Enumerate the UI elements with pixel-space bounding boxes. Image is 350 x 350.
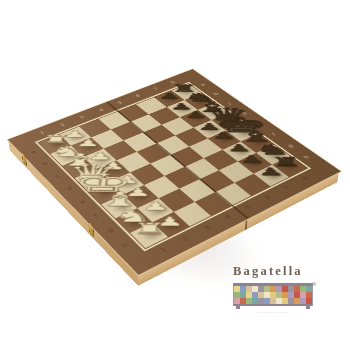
- logo-caption: ·· ········· ······: [249, 310, 297, 314]
- fold-seam-edge: [245, 218, 247, 230]
- logo-image-wrap: ®: [233, 283, 313, 306]
- coord-rank-far: 5: [109, 98, 131, 108]
- product-photo: 1122334455667788aabbccddeeffgghh ♜♟♞♟♝♟♛…: [0, 0, 350, 350]
- brass-clasp: [88, 220, 94, 237]
- brand-name: Bagatella: [233, 264, 341, 279]
- chess-board: 1122334455667788aabbccddeeffgghh ♜♟♞♟♝♟♛…: [7, 69, 342, 277]
- bagatella-logo: Bagatella ® ·· ········· ······: [233, 264, 341, 317]
- logo-foot: [236, 306, 240, 309]
- logo-mosaic-cell: [306, 298, 312, 304]
- registered-trademark: ®: [312, 282, 317, 287]
- logo-shelf-image: [233, 283, 313, 306]
- logo-foot: [306, 306, 310, 309]
